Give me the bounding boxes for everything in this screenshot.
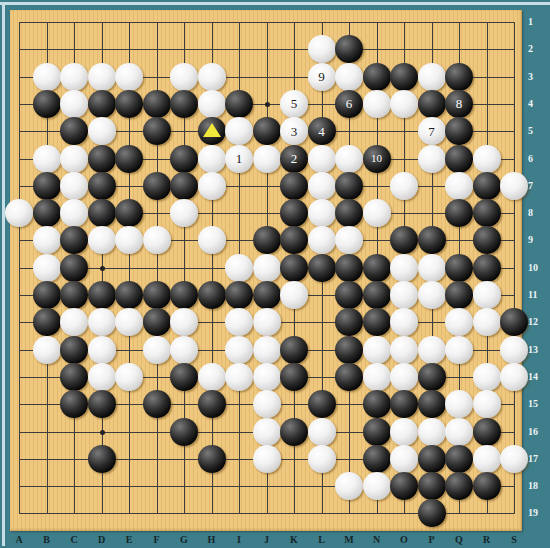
white-stone[interactable]: [5, 199, 33, 227]
white-stone[interactable]: 5: [280, 90, 308, 118]
white-stone[interactable]: [335, 145, 363, 173]
white-stone[interactable]: [308, 145, 336, 173]
black-stone[interactable]: [418, 499, 446, 527]
move-number-label: 5: [291, 97, 298, 110]
black-stone[interactable]: [418, 445, 446, 473]
black-stone[interactable]: [335, 199, 363, 227]
black-stone[interactable]: [390, 390, 418, 418]
white-stone[interactable]: [33, 145, 61, 173]
row-label: 1: [528, 16, 550, 27]
white-stone[interactable]: [363, 90, 391, 118]
black-stone[interactable]: [143, 390, 171, 418]
white-stone[interactable]: [390, 363, 418, 391]
black-stone[interactable]: [143, 117, 171, 145]
black-stone[interactable]: [363, 281, 391, 309]
white-stone[interactable]: [115, 63, 143, 91]
black-stone[interactable]: [115, 145, 143, 173]
black-stone[interactable]: [445, 472, 473, 500]
white-stone[interactable]: [225, 336, 253, 364]
black-stone[interactable]: [115, 199, 143, 227]
white-stone[interactable]: [253, 254, 281, 282]
column-label: S: [504, 534, 524, 545]
white-stone[interactable]: [335, 472, 363, 500]
column-label: K: [284, 534, 304, 545]
white-stone[interactable]: 1: [225, 145, 253, 173]
black-stone[interactable]: [280, 336, 308, 364]
white-stone[interactable]: [60, 63, 88, 91]
move-number-label: 1: [236, 152, 243, 165]
black-stone[interactable]: [473, 199, 501, 227]
black-stone[interactable]: [363, 418, 391, 446]
grid-line-horizontal: [19, 22, 515, 23]
column-label: C: [64, 534, 84, 545]
white-stone[interactable]: [363, 336, 391, 364]
black-stone[interactable]: [33, 90, 61, 118]
white-stone[interactable]: [143, 336, 171, 364]
black-stone[interactable]: [280, 172, 308, 200]
move-number-label: 9: [318, 70, 325, 83]
black-stone[interactable]: [33, 281, 61, 309]
column-label: Q: [449, 534, 469, 545]
white-stone[interactable]: 3: [280, 117, 308, 145]
black-stone[interactable]: [390, 472, 418, 500]
white-stone[interactable]: [390, 418, 418, 446]
move-number-label: 4: [318, 125, 325, 138]
move-number-label: 10: [371, 153, 382, 164]
white-stone[interactable]: [33, 63, 61, 91]
column-label: N: [367, 534, 387, 545]
black-stone[interactable]: [88, 199, 116, 227]
black-stone[interactable]: [418, 390, 446, 418]
black-stone[interactable]: [280, 418, 308, 446]
black-stone[interactable]: [445, 145, 473, 173]
white-stone[interactable]: [253, 363, 281, 391]
white-stone[interactable]: [33, 336, 61, 364]
white-stone[interactable]: [253, 308, 281, 336]
black-stone[interactable]: [225, 281, 253, 309]
white-stone[interactable]: [418, 281, 446, 309]
white-stone[interactable]: [225, 363, 253, 391]
white-stone[interactable]: [170, 336, 198, 364]
white-stone[interactable]: [60, 145, 88, 173]
white-stone[interactable]: [445, 172, 473, 200]
black-stone[interactable]: [335, 254, 363, 282]
white-stone[interactable]: [198, 363, 226, 391]
white-stone[interactable]: [363, 199, 391, 227]
row-label: 10: [528, 262, 550, 273]
black-stone[interactable]: [390, 63, 418, 91]
white-stone[interactable]: [170, 63, 198, 91]
column-label: R: [477, 534, 497, 545]
black-stone[interactable]: [60, 117, 88, 145]
column-label: H: [202, 534, 222, 545]
white-stone[interactable]: [500, 336, 528, 364]
black-stone[interactable]: [418, 472, 446, 500]
white-stone[interactable]: [308, 445, 336, 473]
white-stone[interactable]: [473, 308, 501, 336]
black-stone[interactable]: [143, 308, 171, 336]
white-stone[interactable]: [500, 363, 528, 391]
black-stone[interactable]: 10: [363, 145, 391, 173]
white-stone[interactable]: [225, 117, 253, 145]
black-stone[interactable]: [418, 90, 446, 118]
black-stone[interactable]: [115, 90, 143, 118]
black-stone[interactable]: [473, 254, 501, 282]
column-label: B: [37, 534, 57, 545]
white-stone[interactable]: [473, 145, 501, 173]
white-stone[interactable]: [198, 63, 226, 91]
row-label: 16: [528, 426, 550, 437]
white-stone[interactable]: [390, 172, 418, 200]
black-stone[interactable]: [170, 145, 198, 173]
frame-accent-top: [0, 2, 550, 5]
move-number-label: 3: [291, 125, 298, 138]
white-stone[interactable]: [253, 418, 281, 446]
black-stone[interactable]: [33, 199, 61, 227]
move-number-label: 7: [428, 125, 435, 138]
white-stone[interactable]: 9: [308, 63, 336, 91]
column-label: L: [312, 534, 332, 545]
row-label: 13: [528, 344, 550, 355]
triangle-marker: [203, 123, 221, 137]
white-stone[interactable]: [88, 63, 116, 91]
column-label: I: [229, 534, 249, 545]
column-label: J: [257, 534, 277, 545]
column-label: G: [174, 534, 194, 545]
row-label: 7: [528, 180, 550, 191]
column-label: E: [119, 534, 139, 545]
row-label: 3: [528, 71, 550, 82]
row-label: 4: [528, 98, 550, 109]
black-stone[interactable]: [473, 418, 501, 446]
black-stone[interactable]: [473, 226, 501, 254]
black-stone[interactable]: [335, 336, 363, 364]
black-stone[interactable]: [170, 418, 198, 446]
white-stone[interactable]: [308, 418, 336, 446]
white-stone[interactable]: [390, 281, 418, 309]
black-stone[interactable]: [60, 336, 88, 364]
white-stone[interactable]: [253, 336, 281, 364]
black-stone[interactable]: [170, 281, 198, 309]
white-stone[interactable]: [445, 390, 473, 418]
star-point: [100, 266, 105, 271]
black-stone[interactable]: [445, 63, 473, 91]
frame-accent-left: [2, 2, 5, 546]
black-stone[interactable]: [198, 445, 226, 473]
white-stone[interactable]: [418, 63, 446, 91]
black-stone[interactable]: [418, 363, 446, 391]
black-stone[interactable]: [60, 254, 88, 282]
black-stone[interactable]: [88, 172, 116, 200]
black-stone[interactable]: [335, 172, 363, 200]
white-stone[interactable]: [390, 254, 418, 282]
column-label: A: [9, 534, 29, 545]
black-stone[interactable]: [308, 390, 336, 418]
white-stone[interactable]: [253, 445, 281, 473]
white-stone[interactable]: 7: [418, 117, 446, 145]
black-stone[interactable]: [473, 472, 501, 500]
black-stone[interactable]: 6: [335, 90, 363, 118]
white-stone[interactable]: [198, 226, 226, 254]
white-stone[interactable]: [60, 90, 88, 118]
row-label: 6: [528, 153, 550, 164]
white-stone[interactable]: [418, 254, 446, 282]
black-stone[interactable]: [88, 145, 116, 173]
black-stone[interactable]: [445, 281, 473, 309]
white-stone[interactable]: [473, 390, 501, 418]
white-stone[interactable]: [445, 418, 473, 446]
black-stone[interactable]: [198, 390, 226, 418]
column-label: D: [92, 534, 112, 545]
white-stone[interactable]: [33, 226, 61, 254]
black-stone[interactable]: [60, 390, 88, 418]
white-stone[interactable]: [308, 226, 336, 254]
white-stone[interactable]: [253, 145, 281, 173]
black-stone[interactable]: [445, 199, 473, 227]
black-stone[interactable]: [170, 363, 198, 391]
black-stone[interactable]: [335, 363, 363, 391]
row-label: 15: [528, 398, 550, 409]
white-stone[interactable]: [473, 281, 501, 309]
white-stone[interactable]: [390, 336, 418, 364]
black-stone[interactable]: [500, 308, 528, 336]
black-stone[interactable]: [363, 390, 391, 418]
black-stone[interactable]: [60, 363, 88, 391]
black-stone[interactable]: [88, 90, 116, 118]
black-stone[interactable]: [60, 281, 88, 309]
black-stone[interactable]: [445, 117, 473, 145]
white-stone[interactable]: [363, 472, 391, 500]
black-stone[interactable]: [253, 226, 281, 254]
black-stone[interactable]: 2: [280, 145, 308, 173]
star-point: [265, 102, 270, 107]
white-stone[interactable]: [198, 145, 226, 173]
white-stone[interactable]: [500, 445, 528, 473]
black-stone[interactable]: [308, 254, 336, 282]
column-label: P: [422, 534, 442, 545]
white-stone[interactable]: [390, 445, 418, 473]
black-stone[interactable]: [280, 363, 308, 391]
white-stone[interactable]: [225, 254, 253, 282]
black-stone[interactable]: [418, 226, 446, 254]
white-stone[interactable]: [60, 172, 88, 200]
white-stone[interactable]: [280, 281, 308, 309]
black-stone[interactable]: [33, 172, 61, 200]
white-stone[interactable]: [308, 199, 336, 227]
white-stone[interactable]: [363, 363, 391, 391]
black-stone[interactable]: [445, 254, 473, 282]
black-stone[interactable]: [445, 445, 473, 473]
white-stone[interactable]: [335, 63, 363, 91]
row-label: 8: [528, 207, 550, 218]
black-stone[interactable]: [170, 172, 198, 200]
white-stone[interactable]: [418, 418, 446, 446]
move-number-label: 2: [291, 152, 298, 165]
grid-line-horizontal: [19, 49, 515, 50]
white-stone[interactable]: [198, 90, 226, 118]
white-stone[interactable]: [33, 254, 61, 282]
black-stone[interactable]: [253, 117, 281, 145]
move-number-label: 6: [346, 97, 353, 110]
white-stone[interactable]: [198, 172, 226, 200]
white-stone[interactable]: [60, 199, 88, 227]
white-stone[interactable]: [88, 308, 116, 336]
black-stone[interactable]: [363, 308, 391, 336]
black-stone[interactable]: [253, 281, 281, 309]
white-stone[interactable]: [445, 336, 473, 364]
black-stone[interactable]: [143, 281, 171, 309]
white-stone[interactable]: [88, 336, 116, 364]
black-stone[interactable]: [363, 63, 391, 91]
white-stone[interactable]: [418, 336, 446, 364]
black-stone[interactable]: [335, 281, 363, 309]
white-stone[interactable]: [308, 172, 336, 200]
white-stone[interactable]: [418, 145, 446, 173]
black-stone[interactable]: [88, 281, 116, 309]
black-stone[interactable]: [363, 254, 391, 282]
white-stone[interactable]: [170, 199, 198, 227]
white-stone[interactable]: [308, 35, 336, 63]
white-stone[interactable]: [88, 226, 116, 254]
black-stone[interactable]: [143, 172, 171, 200]
black-stone[interactable]: [88, 445, 116, 473]
black-stone[interactable]: [198, 117, 226, 145]
row-label: 5: [528, 125, 550, 136]
black-stone[interactable]: [88, 390, 116, 418]
white-stone[interactable]: [88, 363, 116, 391]
black-stone[interactable]: [225, 90, 253, 118]
row-label: 2: [528, 43, 550, 54]
star-point: [100, 430, 105, 435]
black-stone[interactable]: [473, 172, 501, 200]
row-label: 18: [528, 480, 550, 491]
black-stone[interactable]: [143, 90, 171, 118]
white-stone[interactable]: [473, 445, 501, 473]
black-stone[interactable]: [363, 445, 391, 473]
white-stone[interactable]: [253, 390, 281, 418]
white-stone[interactable]: [115, 363, 143, 391]
white-stone[interactable]: [88, 117, 116, 145]
white-stone[interactable]: [500, 172, 528, 200]
white-stone[interactable]: [390, 90, 418, 118]
black-stone[interactable]: [115, 281, 143, 309]
white-stone[interactable]: [473, 363, 501, 391]
column-label: O: [394, 534, 414, 545]
black-stone[interactable]: 4: [308, 117, 336, 145]
row-label: 12: [528, 316, 550, 327]
go-board-window: 95683471210ABCDEFGHIJKLMNOPQRS1234567891…: [0, 0, 550, 548]
black-stone[interactable]: [280, 254, 308, 282]
column-label: F: [147, 534, 167, 545]
black-stone[interactable]: [33, 308, 61, 336]
column-label: M: [339, 534, 359, 545]
black-stone[interactable]: 8: [445, 90, 473, 118]
move-number-label: 8: [456, 97, 463, 110]
row-label: 19: [528, 507, 550, 518]
black-stone[interactable]: [170, 90, 198, 118]
black-stone[interactable]: [280, 199, 308, 227]
row-label: 9: [528, 234, 550, 245]
row-label: 17: [528, 453, 550, 464]
black-stone[interactable]: [198, 281, 226, 309]
row-label: 14: [528, 371, 550, 382]
white-stone[interactable]: [143, 226, 171, 254]
row-label: 11: [528, 289, 550, 300]
